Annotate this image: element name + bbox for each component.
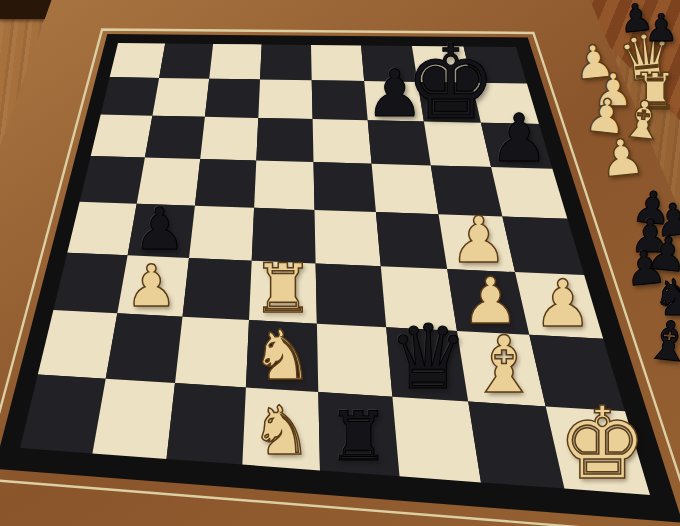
square-c5[interactable] bbox=[195, 159, 256, 208]
square-f5[interactable] bbox=[372, 164, 439, 215]
piece-white-king-h1[interactable]: ♚ bbox=[557, 394, 647, 494]
square-e2[interactable] bbox=[317, 324, 393, 397]
piece-white-pawn-b3[interactable]: ♟ bbox=[125, 256, 177, 314]
captured-black-pawn-1: ♟ bbox=[644, 9, 678, 47]
square-a8[interactable] bbox=[110, 43, 166, 78]
square-f4[interactable] bbox=[376, 212, 447, 269]
square-e8[interactable] bbox=[311, 45, 364, 81]
piece-white-knight-d2[interactable]: ♞ bbox=[251, 320, 313, 389]
square-e4[interactable] bbox=[315, 210, 381, 266]
piece-white-bishop-g2[interactable]: ♝ bbox=[468, 326, 539, 405]
captured-white-pawn-6: ♟ bbox=[597, 131, 647, 185]
piece-black-queen-f2[interactable]: ♛ bbox=[388, 313, 468, 402]
square-e6[interactable] bbox=[313, 119, 372, 164]
square-c3[interactable] bbox=[183, 258, 252, 320]
square-e5[interactable] bbox=[314, 162, 376, 212]
scene-photo: ♟♚♟♟♟♟♜♟♟♞♛♝♞♜♚ ♛♜♝♟♟♟♟♟♟♟♟♟♟♟♞♝ bbox=[0, 0, 680, 526]
square-b2[interactable] bbox=[106, 313, 183, 383]
piece-black-king-g7[interactable]: ♚ bbox=[405, 32, 496, 134]
piece-white-rook-d3[interactable]: ♜ bbox=[252, 255, 313, 323]
piece-white-pawn-h3[interactable]: ♟ bbox=[533, 271, 591, 336]
piece-white-knight-d1[interactable]: ♞ bbox=[251, 397, 312, 465]
square-b8[interactable] bbox=[159, 44, 213, 79]
square-d8[interactable] bbox=[260, 44, 312, 80]
piece-black-pawn-h6[interactable]: ♟ bbox=[490, 106, 549, 172]
square-c4[interactable] bbox=[189, 206, 254, 261]
square-d7[interactable] bbox=[258, 79, 312, 119]
square-d6[interactable] bbox=[256, 118, 313, 162]
square-b7[interactable] bbox=[152, 78, 209, 117]
piece-black-pawn-b4[interactable]: ♟ bbox=[134, 199, 186, 257]
piece-white-pawn-g4[interactable]: ♟ bbox=[450, 208, 507, 272]
square-c6[interactable] bbox=[200, 117, 258, 161]
piece-black-rook-e1[interactable]: ♜ bbox=[328, 402, 389, 470]
square-c8[interactable] bbox=[209, 44, 262, 79]
square-d5[interactable] bbox=[254, 161, 314, 210]
square-c7[interactable] bbox=[205, 79, 260, 118]
square-c1[interactable] bbox=[167, 383, 246, 465]
square-b6[interactable] bbox=[145, 116, 205, 159]
captured-black-bishop-8: ♝ bbox=[642, 313, 680, 372]
square-a7[interactable] bbox=[101, 77, 159, 116]
square-a6[interactable] bbox=[91, 115, 153, 158]
square-e7[interactable] bbox=[312, 80, 368, 120]
square-e3[interactable] bbox=[316, 263, 387, 327]
square-b1[interactable] bbox=[92, 379, 175, 459]
square-c2[interactable] bbox=[175, 317, 249, 388]
square-a4[interactable] bbox=[67, 202, 136, 256]
